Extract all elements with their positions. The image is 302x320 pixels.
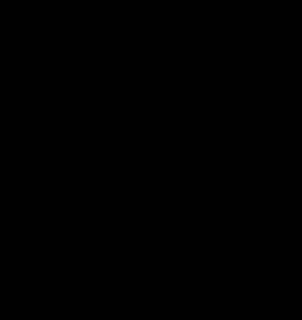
- diagram-background: [0, 0, 302, 320]
- chess-board: [20, 0, 298, 283]
